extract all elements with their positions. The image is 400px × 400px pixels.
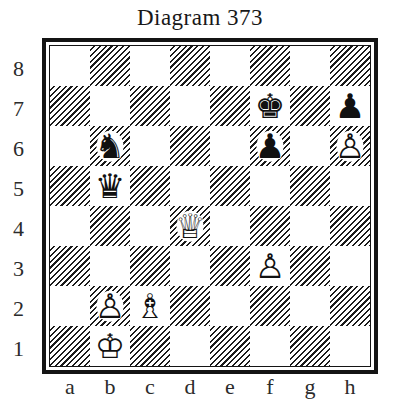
square-a1[interactable] [50,326,90,366]
square-b6[interactable]: ♞ [90,126,130,166]
square-g2[interactable] [290,286,330,326]
file-label-e: e [210,375,250,399]
square-h7[interactable]: ♟ [330,86,370,126]
rank-label-2: 2 [0,289,34,329]
rank-label-1: 1 [0,329,34,369]
file-label-d: d [170,375,210,399]
square-e2[interactable] [210,286,250,326]
square-d4[interactable]: ♕ [170,206,210,246]
square-g1[interactable] [290,326,330,366]
square-c4[interactable] [130,206,170,246]
file-label-g: g [290,375,330,399]
file-label-h: h [330,375,370,399]
square-c8[interactable] [130,46,170,86]
square-e8[interactable] [210,46,250,86]
square-d2[interactable] [170,286,210,326]
square-b4[interactable] [90,206,130,246]
piece-black-knight: ♞ [95,126,125,166]
piece-white-bishop: ♗ [135,286,165,326]
piece-white-pawn: ♙ [95,286,125,326]
square-e4[interactable] [210,206,250,246]
square-d1[interactable] [170,326,210,366]
square-h3[interactable] [330,246,370,286]
piece-black-pawn: ♟ [255,126,285,166]
square-f4[interactable] [250,206,290,246]
rank-label-7: 7 [0,89,34,129]
square-c6[interactable] [130,126,170,166]
square-d3[interactable] [170,246,210,286]
square-f8[interactable] [250,46,290,86]
square-d7[interactable] [170,86,210,126]
square-g6[interactable] [290,126,330,166]
square-c1[interactable] [130,326,170,366]
rank-label-4: 4 [0,209,34,249]
piece-white-pawn: ♙ [255,246,285,286]
square-c2[interactable]: ♗ [130,286,170,326]
square-h1[interactable] [330,326,370,366]
square-a2[interactable] [50,286,90,326]
file-label-b: b [90,375,130,399]
square-f7[interactable]: ♚ [250,86,290,126]
square-a4[interactable] [50,206,90,246]
square-h2[interactable] [330,286,370,326]
square-f1[interactable] [250,326,290,366]
chess-diagram-page: Diagram 373 87654321 ♚♟♞♟♙♛♕♙♙♗♔ abcdefg… [0,0,400,400]
square-h5[interactable] [330,166,370,206]
file-label-c: c [130,375,170,399]
square-c7[interactable] [130,86,170,126]
square-a6[interactable] [50,126,90,166]
piece-black-queen: ♛ [95,166,125,206]
square-c5[interactable] [130,166,170,206]
page-title: Diagram 373 [0,5,400,31]
rank-labels: 87654321 [0,49,34,369]
chessboard: ♚♟♞♟♙♛♕♙♙♗♔ [50,46,370,366]
square-e1[interactable] [210,326,250,366]
piece-white-queen: ♕ [175,206,205,246]
piece-black-pawn: ♟ [335,86,365,126]
square-b8[interactable] [90,46,130,86]
square-b7[interactable] [90,86,130,126]
square-g8[interactable] [290,46,330,86]
square-h8[interactable] [330,46,370,86]
file-label-a: a [50,375,90,399]
piece-white-king: ♔ [95,326,125,366]
square-h4[interactable] [330,206,370,246]
square-b2[interactable]: ♙ [90,286,130,326]
square-g3[interactable] [290,246,330,286]
rank-label-5: 5 [0,169,34,209]
square-b1[interactable]: ♔ [90,326,130,366]
square-b3[interactable] [90,246,130,286]
square-a3[interactable] [50,246,90,286]
rank-label-3: 3 [0,249,34,289]
square-a8[interactable] [50,46,90,86]
square-b5[interactable]: ♛ [90,166,130,206]
rank-label-6: 6 [0,129,34,169]
square-f5[interactable] [250,166,290,206]
square-c3[interactable] [130,246,170,286]
square-g7[interactable] [290,86,330,126]
piece-black-king: ♚ [255,86,285,126]
square-a5[interactable] [50,166,90,206]
square-d8[interactable] [170,46,210,86]
piece-white-pawn: ♙ [335,126,365,166]
board-frame: ♚♟♞♟♙♛♕♙♙♗♔ [42,38,378,374]
square-g5[interactable] [290,166,330,206]
square-d6[interactable] [170,126,210,166]
square-e6[interactable] [210,126,250,166]
file-label-f: f [250,375,290,399]
square-f6[interactable]: ♟ [250,126,290,166]
file-labels: abcdefgh [50,375,370,399]
square-e3[interactable] [210,246,250,286]
square-e7[interactable] [210,86,250,126]
square-h6[interactable]: ♙ [330,126,370,166]
rank-label-8: 8 [0,49,34,89]
square-d5[interactable] [170,166,210,206]
square-a7[interactable] [50,86,90,126]
square-f3[interactable]: ♙ [250,246,290,286]
square-f2[interactable] [250,286,290,326]
square-g4[interactable] [290,206,330,246]
square-e5[interactable] [210,166,250,206]
